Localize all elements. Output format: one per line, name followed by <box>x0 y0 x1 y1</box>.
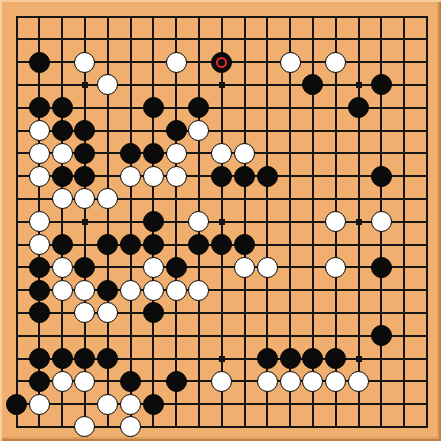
white-stone[interactable] <box>97 394 118 415</box>
black-stone[interactable] <box>52 234 73 255</box>
black-stone[interactable] <box>97 348 118 369</box>
black-stone[interactable] <box>74 143 95 164</box>
star-point <box>82 82 88 88</box>
white-stone[interactable] <box>325 52 346 73</box>
white-stone[interactable] <box>234 143 255 164</box>
black-stone[interactable] <box>234 234 255 255</box>
white-stone[interactable] <box>74 416 95 437</box>
white-stone[interactable] <box>166 280 187 301</box>
white-stone[interactable] <box>52 257 73 278</box>
white-stone[interactable] <box>52 188 73 209</box>
white-stone[interactable] <box>74 52 95 73</box>
black-stone[interactable] <box>188 97 209 118</box>
white-stone[interactable] <box>325 257 346 278</box>
black-stone[interactable] <box>166 257 187 278</box>
black-stone[interactable] <box>29 97 50 118</box>
white-stone[interactable] <box>97 188 118 209</box>
white-stone[interactable] <box>325 371 346 392</box>
black-stone[interactable] <box>120 234 141 255</box>
black-stone[interactable] <box>29 52 50 73</box>
black-stone[interactable] <box>6 394 27 415</box>
black-stone[interactable] <box>29 371 50 392</box>
white-stone[interactable] <box>188 280 209 301</box>
white-stone[interactable] <box>188 120 209 141</box>
black-stone[interactable] <box>302 74 323 95</box>
grid-line-horizontal <box>16 335 428 337</box>
black-stone[interactable] <box>29 257 50 278</box>
black-stone[interactable] <box>74 348 95 369</box>
black-stone[interactable] <box>166 120 187 141</box>
black-stone[interactable] <box>302 348 323 369</box>
black-stone[interactable] <box>371 166 392 187</box>
black-stone[interactable] <box>211 234 232 255</box>
black-stone[interactable] <box>348 97 369 118</box>
white-stone[interactable] <box>120 416 141 437</box>
white-stone[interactable] <box>52 371 73 392</box>
black-stone[interactable] <box>97 234 118 255</box>
black-stone[interactable] <box>120 143 141 164</box>
star-point <box>356 82 362 88</box>
black-stone[interactable] <box>52 97 73 118</box>
white-stone[interactable] <box>74 371 95 392</box>
black-stone[interactable] <box>74 166 95 187</box>
white-stone[interactable] <box>120 394 141 415</box>
grid-line-vertical <box>244 16 246 428</box>
white-stone[interactable] <box>120 280 141 301</box>
star-point <box>82 219 88 225</box>
white-stone[interactable] <box>143 166 164 187</box>
white-stone[interactable] <box>29 211 50 232</box>
white-stone[interactable] <box>74 280 95 301</box>
black-stone[interactable] <box>120 371 141 392</box>
white-stone[interactable] <box>29 143 50 164</box>
black-stone[interactable] <box>280 348 301 369</box>
white-stone[interactable] <box>29 166 50 187</box>
white-stone[interactable] <box>120 166 141 187</box>
black-stone[interactable] <box>29 348 50 369</box>
white-stone[interactable] <box>211 371 232 392</box>
black-stone[interactable] <box>257 348 278 369</box>
white-stone[interactable] <box>234 257 255 278</box>
white-stone[interactable] <box>52 280 73 301</box>
black-stone[interactable] <box>211 166 232 187</box>
black-stone[interactable] <box>188 234 209 255</box>
white-stone[interactable] <box>97 74 118 95</box>
black-stone[interactable] <box>74 120 95 141</box>
white-stone[interactable] <box>211 143 232 164</box>
white-stone[interactable] <box>257 371 278 392</box>
white-stone[interactable] <box>74 188 95 209</box>
white-stone[interactable] <box>29 120 50 141</box>
black-stone[interactable] <box>143 97 164 118</box>
black-stone[interactable] <box>52 348 73 369</box>
white-stone[interactable] <box>143 280 164 301</box>
black-stone[interactable] <box>29 302 50 323</box>
white-stone[interactable] <box>29 394 50 415</box>
black-stone[interactable] <box>371 325 392 346</box>
white-stone[interactable] <box>188 211 209 232</box>
black-stone[interactable] <box>97 280 118 301</box>
star-point <box>219 356 225 362</box>
black-stone[interactable] <box>29 280 50 301</box>
black-stone[interactable] <box>143 394 164 415</box>
black-stone[interactable] <box>52 120 73 141</box>
white-stone[interactable] <box>348 371 369 392</box>
black-stone[interactable] <box>371 74 392 95</box>
black-stone[interactable] <box>143 302 164 323</box>
white-stone[interactable] <box>166 52 187 73</box>
white-stone[interactable] <box>280 52 301 73</box>
black-stone[interactable] <box>325 348 346 369</box>
last-move-circle-marker <box>216 57 227 68</box>
white-stone[interactable] <box>143 257 164 278</box>
black-stone[interactable] <box>143 234 164 255</box>
black-stone[interactable] <box>257 166 278 187</box>
grid-line-vertical <box>403 16 405 428</box>
black-stone[interactable] <box>143 143 164 164</box>
screenshot-root <box>0 0 441 441</box>
black-stone[interactable] <box>371 257 392 278</box>
star-point <box>356 219 362 225</box>
go-board[interactable] <box>0 0 441 441</box>
white-stone[interactable] <box>325 211 346 232</box>
white-stone[interactable] <box>97 302 118 323</box>
grid-line-horizontal <box>16 403 428 405</box>
black-stone[interactable] <box>166 371 187 392</box>
white-stone[interactable] <box>371 211 392 232</box>
grid-line-vertical <box>426 16 428 428</box>
white-stone[interactable] <box>302 371 323 392</box>
white-stone[interactable] <box>29 234 50 255</box>
white-stone[interactable] <box>280 371 301 392</box>
white-stone[interactable] <box>74 302 95 323</box>
star-point <box>356 356 362 362</box>
black-stone[interactable] <box>234 166 255 187</box>
black-stone[interactable] <box>143 211 164 232</box>
star-point <box>219 219 225 225</box>
white-stone[interactable] <box>166 166 187 187</box>
white-stone[interactable] <box>52 143 73 164</box>
black-stone[interactable] <box>74 257 95 278</box>
white-stone[interactable] <box>257 257 278 278</box>
black-stone[interactable] <box>52 166 73 187</box>
white-stone[interactable] <box>166 143 187 164</box>
star-point <box>219 82 225 88</box>
